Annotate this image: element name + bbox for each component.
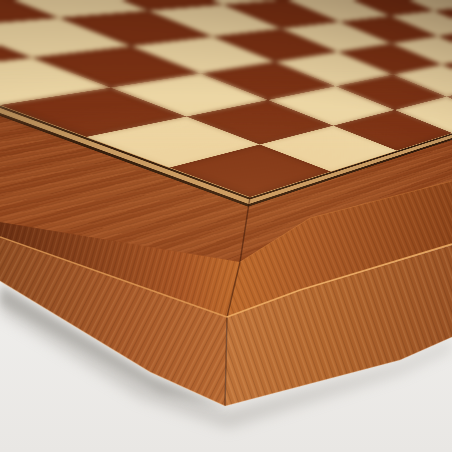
chessboard-top-surface	[0, 0, 452, 323]
bottom-rim-light-right	[225, 337, 452, 406]
chessboard-corner-photo	[0, 0, 452, 452]
